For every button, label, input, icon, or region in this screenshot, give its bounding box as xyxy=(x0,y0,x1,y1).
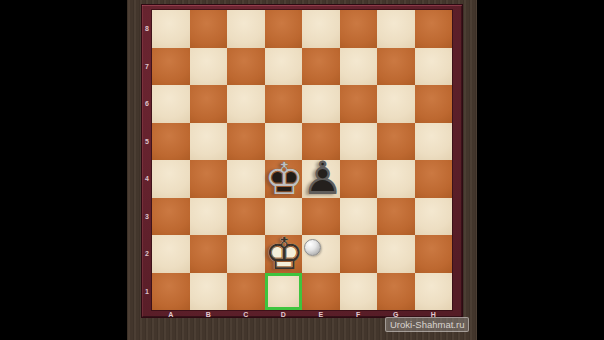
square-h8[interactable] xyxy=(415,10,453,48)
square-g7[interactable] xyxy=(377,48,415,86)
white-king-outline: ♔ xyxy=(265,235,303,273)
square-h4[interactable] xyxy=(415,160,453,198)
square-e1[interactable] xyxy=(302,273,340,311)
square-g5[interactable] xyxy=(377,123,415,161)
square-a5[interactable] xyxy=(152,123,190,161)
square-h1[interactable] xyxy=(415,273,453,311)
square-h6[interactable] xyxy=(415,85,453,123)
square-c2[interactable] xyxy=(227,235,265,273)
square-d4[interactable]: ♚♔ xyxy=(265,160,303,198)
square-d2[interactable]: ♚♔ xyxy=(265,235,303,273)
square-c8[interactable] xyxy=(227,10,265,48)
square-h3[interactable] xyxy=(415,198,453,236)
square-a8[interactable] xyxy=(152,10,190,48)
rank-label-6: 6 xyxy=(142,85,152,123)
square-g4[interactable] xyxy=(377,160,415,198)
file-label-a: A xyxy=(152,310,190,319)
square-g3[interactable] xyxy=(377,198,415,236)
square-c3[interactable] xyxy=(227,198,265,236)
square-g1[interactable] xyxy=(377,273,415,311)
white-king[interactable]: ♚♔ xyxy=(265,235,303,273)
rank-label-2: 2 xyxy=(142,235,152,273)
square-f6[interactable] xyxy=(340,85,378,123)
chess-board[interactable]: ♚♔♟♙♚♔ xyxy=(152,10,452,310)
square-g8[interactable] xyxy=(377,10,415,48)
square-e6[interactable] xyxy=(302,85,340,123)
black-king[interactable]: ♚♔ xyxy=(265,160,303,198)
rank-label-7: 7 xyxy=(142,48,152,86)
square-c4[interactable] xyxy=(227,160,265,198)
square-f5[interactable] xyxy=(340,123,378,161)
black-pawn[interactable]: ♟♙ xyxy=(302,160,340,198)
square-f4[interactable] xyxy=(340,160,378,198)
square-a4[interactable] xyxy=(152,160,190,198)
square-e5[interactable] xyxy=(302,123,340,161)
file-label-f: F xyxy=(340,310,378,319)
rank-label-4: 4 xyxy=(142,160,152,198)
square-h7[interactable] xyxy=(415,48,453,86)
square-b3[interactable] xyxy=(190,198,228,236)
square-g2[interactable] xyxy=(377,235,415,273)
white-king-glyph: ♚ xyxy=(265,235,303,273)
rank-labels: 87654321 xyxy=(142,10,152,310)
chess-board-frame: 87654321 ABCDEFGH ♚♔♟♙♚♔ xyxy=(141,4,463,318)
black-pawn-outline: ♙ xyxy=(302,160,340,198)
hand-cursor-icon xyxy=(304,239,321,256)
square-f3[interactable] xyxy=(340,198,378,236)
file-label-e: E xyxy=(302,310,340,319)
square-b7[interactable] xyxy=(190,48,228,86)
rank-label-8: 8 xyxy=(142,10,152,48)
square-h5[interactable] xyxy=(415,123,453,161)
square-c6[interactable] xyxy=(227,85,265,123)
square-b8[interactable] xyxy=(190,10,228,48)
square-b4[interactable] xyxy=(190,160,228,198)
file-label-b: B xyxy=(190,310,228,319)
square-d7[interactable] xyxy=(265,48,303,86)
square-a6[interactable] xyxy=(152,85,190,123)
square-f7[interactable] xyxy=(340,48,378,86)
rank-label-1: 1 xyxy=(142,273,152,311)
square-f1[interactable] xyxy=(340,273,378,311)
square-d8[interactable] xyxy=(265,10,303,48)
file-label-c: C xyxy=(227,310,265,319)
square-d5[interactable] xyxy=(265,123,303,161)
video-frame: 87654321 ABCDEFGH ♚♔♟♙♚♔ Uroki-Shahmat.r… xyxy=(0,0,604,340)
black-king-glyph: ♚ xyxy=(265,160,303,198)
square-c5[interactable] xyxy=(227,123,265,161)
square-e3[interactable] xyxy=(302,198,340,236)
square-a1[interactable] xyxy=(152,273,190,311)
square-b6[interactable] xyxy=(190,85,228,123)
square-g6[interactable] xyxy=(377,85,415,123)
square-e4[interactable]: ♟♙ xyxy=(302,160,340,198)
square-a7[interactable] xyxy=(152,48,190,86)
rank-label-5: 5 xyxy=(142,123,152,161)
square-f8[interactable] xyxy=(340,10,378,48)
square-d1[interactable] xyxy=(265,273,303,311)
square-a3[interactable] xyxy=(152,198,190,236)
square-a2[interactable] xyxy=(152,235,190,273)
square-d6[interactable] xyxy=(265,85,303,123)
file-label-d: D xyxy=(265,310,303,319)
rank-label-3: 3 xyxy=(142,198,152,236)
site-watermark: Uroki-Shahmat.ru xyxy=(385,317,469,332)
black-king-outline: ♔ xyxy=(265,160,303,198)
square-c7[interactable] xyxy=(227,48,265,86)
square-b2[interactable] xyxy=(190,235,228,273)
square-b5[interactable] xyxy=(190,123,228,161)
square-c1[interactable] xyxy=(227,273,265,311)
square-d3[interactable] xyxy=(265,198,303,236)
square-e8[interactable] xyxy=(302,10,340,48)
square-e7[interactable] xyxy=(302,48,340,86)
square-f2[interactable] xyxy=(340,235,378,273)
square-b1[interactable] xyxy=(190,273,228,311)
square-h2[interactable] xyxy=(415,235,453,273)
black-pawn-glyph: ♟ xyxy=(302,160,340,198)
